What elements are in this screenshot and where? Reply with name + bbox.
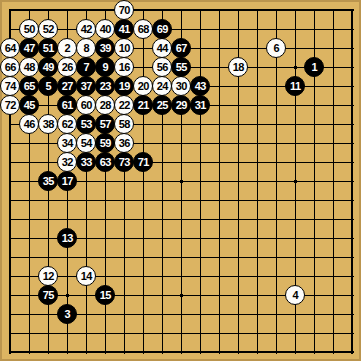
stone-white-30[interactable]: 30 <box>171 76 191 96</box>
stone-black-51[interactable]: 51 <box>38 38 58 58</box>
stone-black-5[interactable]: 5 <box>38 76 58 96</box>
grid-line-horizontal <box>9 351 354 353</box>
stone-black-53[interactable]: 53 <box>76 114 96 134</box>
grid-line-vertical <box>219 9 220 354</box>
stone-black-9[interactable]: 9 <box>95 57 115 77</box>
stone-black-11[interactable]: 11 <box>285 76 305 96</box>
stone-black-3[interactable]: 3 <box>57 304 77 324</box>
stone-white-50[interactable]: 50 <box>19 19 39 39</box>
stone-black-23[interactable]: 23 <box>95 76 115 96</box>
star-point <box>180 180 183 183</box>
stone-white-68[interactable]: 68 <box>133 19 153 39</box>
grid-line-horizontal <box>9 219 354 220</box>
stone-white-2[interactable]: 2 <box>57 38 77 58</box>
stone-white-26[interactable]: 26 <box>57 57 77 77</box>
stone-white-56[interactable]: 56 <box>152 57 172 77</box>
stone-black-73[interactable]: 73 <box>114 152 134 172</box>
stone-black-27[interactable]: 27 <box>57 76 77 96</box>
stone-black-13[interactable]: 13 <box>57 228 77 248</box>
stone-white-36[interactable]: 36 <box>114 133 134 153</box>
stone-white-18[interactable]: 18 <box>228 57 248 77</box>
stone-black-67[interactable]: 67 <box>171 38 191 58</box>
stone-white-52[interactable]: 52 <box>38 19 58 39</box>
grid-line-vertical <box>276 9 277 354</box>
stone-black-49[interactable]: 49 <box>38 57 58 77</box>
stone-black-19[interactable]: 19 <box>114 76 134 96</box>
star-point <box>294 66 297 69</box>
stone-white-58[interactable]: 58 <box>114 114 134 134</box>
stone-white-40[interactable]: 40 <box>95 19 115 39</box>
stone-black-29[interactable]: 29 <box>171 95 191 115</box>
stone-white-34[interactable]: 34 <box>57 133 77 153</box>
stone-black-59[interactable]: 59 <box>95 133 115 153</box>
stone-white-44[interactable]: 44 <box>152 38 172 58</box>
stone-black-37[interactable]: 37 <box>76 76 96 96</box>
stone-black-41[interactable]: 41 <box>114 19 134 39</box>
stone-white-16[interactable]: 16 <box>114 57 134 77</box>
stone-white-12[interactable]: 12 <box>38 266 58 286</box>
stone-white-74[interactable]: 74 <box>0 76 20 96</box>
stone-white-4[interactable]: 4 <box>285 285 305 305</box>
grid-line-vertical <box>200 9 201 354</box>
stone-black-57[interactable]: 57 <box>95 114 115 134</box>
stone-white-66[interactable]: 66 <box>0 57 20 77</box>
go-board[interactable]: 1234567891011121314151617181920212223242… <box>0 0 361 361</box>
stone-white-22[interactable]: 22 <box>114 95 134 115</box>
stone-black-1[interactable]: 1 <box>304 57 324 77</box>
stone-white-62[interactable]: 62 <box>57 114 77 134</box>
stone-white-32[interactable]: 32 <box>57 152 77 172</box>
star-point <box>180 294 183 297</box>
stone-black-71[interactable]: 71 <box>133 152 153 172</box>
stone-white-48[interactable]: 48 <box>19 57 39 77</box>
stone-white-72[interactable]: 72 <box>0 95 20 115</box>
stone-black-15[interactable]: 15 <box>95 285 115 305</box>
stone-black-63[interactable]: 63 <box>95 152 115 172</box>
stone-black-75[interactable]: 75 <box>38 285 58 305</box>
stone-black-17[interactable]: 17 <box>57 171 77 191</box>
stone-white-60[interactable]: 60 <box>76 95 96 115</box>
stone-black-31[interactable]: 31 <box>190 95 210 115</box>
stone-black-7[interactable]: 7 <box>76 57 96 77</box>
stone-black-33[interactable]: 33 <box>76 152 96 172</box>
stone-white-38[interactable]: 38 <box>38 114 58 134</box>
grid-line-horizontal <box>9 333 354 334</box>
grid-line-horizontal <box>9 276 354 277</box>
stone-white-54[interactable]: 54 <box>76 133 96 153</box>
stone-white-20[interactable]: 20 <box>133 76 153 96</box>
stone-white-10[interactable]: 10 <box>114 38 134 58</box>
stone-black-47[interactable]: 47 <box>19 38 39 58</box>
grid-line-vertical <box>257 9 258 354</box>
stone-black-45[interactable]: 45 <box>19 95 39 115</box>
star-point <box>294 180 297 183</box>
stone-white-28[interactable]: 28 <box>95 95 115 115</box>
stone-white-46[interactable]: 46 <box>19 114 39 134</box>
stone-black-43[interactable]: 43 <box>190 76 210 96</box>
grid-line-horizontal <box>9 257 354 258</box>
stone-black-61[interactable]: 61 <box>57 95 77 115</box>
stone-white-8[interactable]: 8 <box>76 38 96 58</box>
stone-black-65[interactable]: 65 <box>19 76 39 96</box>
grid-line-vertical <box>351 9 353 354</box>
stone-white-64[interactable]: 64 <box>0 38 20 58</box>
stone-white-24[interactable]: 24 <box>152 76 172 96</box>
stone-black-35[interactable]: 35 <box>38 171 58 191</box>
stone-white-14[interactable]: 14 <box>76 266 96 286</box>
star-point <box>66 294 69 297</box>
stone-black-55[interactable]: 55 <box>171 57 191 77</box>
stone-black-25[interactable]: 25 <box>152 95 172 115</box>
stone-black-69[interactable]: 69 <box>152 19 172 39</box>
grid-line-vertical <box>333 9 334 354</box>
stone-white-6[interactable]: 6 <box>266 38 286 58</box>
grid-line-horizontal <box>9 200 354 201</box>
stone-black-39[interactable]: 39 <box>95 38 115 58</box>
stone-white-42[interactable]: 42 <box>76 19 96 39</box>
stone-black-21[interactable]: 21 <box>133 95 153 115</box>
stone-white-70[interactable]: 70 <box>114 0 134 20</box>
